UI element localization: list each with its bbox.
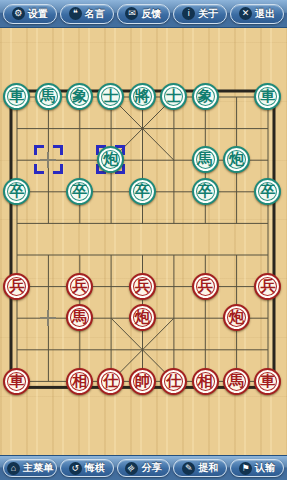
red-piece-馬[interactable]: 馬 (223, 368, 250, 395)
main-menu-label: 主菜单 (23, 461, 53, 475)
close-icon: ✕ (239, 7, 252, 20)
red-piece-帥[interactable]: 帥 (129, 368, 156, 395)
xiangqi-board[interactable]: 車馬象士將士象車炮馬炮卒卒卒卒卒兵兵兵兵兵馬炮炮車相仕帥仕相馬車 (0, 28, 287, 455)
black-piece-馬[interactable]: 馬 (35, 83, 62, 110)
board-grid[interactable]: 車馬象士將士象車炮馬炮卒卒卒卒卒兵兵兵兵兵馬炮炮車相仕帥仕相馬車 (1, 81, 284, 397)
bottom-toolbar: ⌂ 主菜单 ↺ 悔棋 ≋ 分享 ✎ 提和 ⚑ 认输 (0, 455, 287, 480)
red-piece-相[interactable]: 相 (192, 368, 219, 395)
main-menu-button[interactable]: ⌂ 主菜单 (3, 459, 57, 477)
red-piece-炮[interactable]: 炮 (129, 304, 156, 331)
black-piece-卒[interactable]: 卒 (192, 178, 219, 205)
black-piece-卒[interactable]: 卒 (254, 178, 281, 205)
red-piece-兵[interactable]: 兵 (3, 273, 30, 300)
resign-label: 认输 (255, 461, 275, 475)
red-piece-相[interactable]: 相 (66, 368, 93, 395)
black-piece-車[interactable]: 車 (254, 83, 281, 110)
black-piece-炮[interactable]: 炮 (223, 146, 250, 173)
top-toolbar: ⚙ 设置 ❝ 名言 ✉ 反馈 i 关于 ✕ 退出 (0, 0, 287, 28)
black-piece-將[interactable]: 將 (129, 83, 156, 110)
share-label: 分享 (141, 461, 161, 475)
home-icon: ⌂ (7, 462, 20, 475)
black-piece-士[interactable]: 士 (160, 83, 187, 110)
share-icon: ≋ (123, 459, 141, 477)
settings-button[interactable]: ⚙ 设置 (3, 4, 57, 24)
black-piece-馬[interactable]: 馬 (192, 146, 219, 173)
feedback-button[interactable]: ✉ 反馈 (117, 4, 171, 24)
red-piece-馬[interactable]: 馬 (66, 304, 93, 331)
undo-move-label: 悔棋 (85, 461, 105, 475)
red-piece-兵[interactable]: 兵 (129, 273, 156, 300)
xiangqi-app: ⚙ 设置 ❝ 名言 ✉ 反馈 i 关于 ✕ 退出 (0, 0, 287, 480)
black-piece-士[interactable]: 士 (97, 83, 124, 110)
red-piece-仕[interactable]: 仕 (97, 368, 124, 395)
quotes-label: 名言 (85, 7, 105, 21)
feedback-label: 反馈 (141, 7, 161, 21)
exit-button[interactable]: ✕ 退出 (230, 4, 284, 24)
undo-icon: ↺ (69, 462, 82, 475)
share-button[interactable]: ≋ 分享 (117, 459, 171, 477)
undo-move-button[interactable]: ↺ 悔棋 (60, 459, 114, 477)
red-piece-仕[interactable]: 仕 (160, 368, 187, 395)
red-piece-兵[interactable]: 兵 (192, 273, 219, 300)
black-piece-卒[interactable]: 卒 (129, 178, 156, 205)
black-piece-象[interactable]: 象 (66, 83, 93, 110)
black-piece-車[interactable]: 車 (3, 83, 30, 110)
resign-button[interactable]: ⚑ 认输 (230, 459, 284, 477)
pencil-icon: ✎ (182, 462, 195, 475)
point-marker (40, 310, 56, 326)
about-label: 关于 (198, 7, 218, 21)
settings-label: 设置 (28, 7, 48, 21)
black-piece-炮[interactable]: 炮 (97, 146, 124, 173)
red-piece-兵[interactable]: 兵 (66, 273, 93, 300)
red-piece-車[interactable]: 車 (254, 368, 281, 395)
info-icon: i (182, 7, 195, 20)
offer-draw-label: 提和 (198, 461, 218, 475)
gear-icon: ⚙ (12, 7, 25, 20)
about-button[interactable]: i 关于 (173, 4, 227, 24)
envelope-icon: ✉ (125, 7, 138, 20)
black-piece-卒[interactable]: 卒 (66, 178, 93, 205)
exit-label: 退出 (255, 7, 275, 21)
move-source-marker (35, 146, 62, 173)
offer-draw-button[interactable]: ✎ 提和 (173, 459, 227, 477)
red-piece-炮[interactable]: 炮 (223, 304, 250, 331)
speech-bubble-icon: ❝ (69, 7, 82, 20)
black-piece-卒[interactable]: 卒 (3, 178, 30, 205)
black-piece-象[interactable]: 象 (192, 83, 219, 110)
red-piece-兵[interactable]: 兵 (254, 273, 281, 300)
quotes-button[interactable]: ❝ 名言 (60, 4, 114, 24)
red-piece-車[interactable]: 車 (3, 368, 30, 395)
flag-icon: ⚑ (239, 462, 252, 475)
